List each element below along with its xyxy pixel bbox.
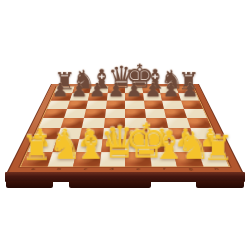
base-foot-right [196, 181, 244, 188]
square-d8: ♛ [107, 86, 125, 93]
square-b6 [67, 101, 88, 109]
square-b8: ♞ [72, 86, 91, 93]
piece-yellow-pawn: ♟ [28, 126, 52, 151]
square-e7: ♟ [125, 93, 144, 100]
file-label-c: c [72, 167, 99, 171]
piece-dark-queen: ♛ [107, 63, 125, 93]
square-e1: ♚ [125, 152, 151, 166]
square-f6 [144, 101, 164, 109]
square-e8: ♚ [125, 86, 143, 93]
square-f5 [144, 109, 166, 118]
chess-board: ♜♞♝♛♚♝♞♜♟♟♟♟♟♟♟♟♟♟♟♟♟♟♟♟♜♞♝♛♚♝♞♜ abcdefg… [8, 84, 241, 172]
piece-yellow-pawn: ♟ [125, 126, 149, 151]
square-c6 [86, 101, 106, 109]
square-d3 [102, 128, 125, 139]
square-c2: ♟ [76, 139, 102, 152]
square-d1: ♛ [99, 152, 125, 166]
file-labels: abcdefgh [19, 167, 231, 171]
square-d2: ♟ [101, 139, 125, 152]
square-b4 [60, 118, 84, 128]
square-b5 [64, 109, 87, 118]
piece-yellow-queen: ♛ [99, 121, 125, 165]
square-h2: ♟ [194, 139, 223, 152]
square-h7: ♟ [178, 93, 199, 100]
square-f8: ♝ [142, 86, 160, 93]
file-label-g: g [177, 167, 204, 171]
base-foot-left [6, 181, 53, 188]
square-c8: ♝ [90, 86, 108, 93]
square-d4 [103, 118, 125, 128]
square-a4 [38, 118, 63, 128]
file-label-b: b [45, 167, 72, 171]
square-f7: ♟ [143, 93, 162, 100]
square-h4 [187, 118, 212, 128]
board-border-margin: ♜♞♝♛♚♝♞♜♟♟♟♟♟♟♟♟♟♟♟♟♟♟♟♟♜♞♝♛♚♝♞♜ abcdefg… [8, 84, 241, 172]
square-c3 [79, 128, 103, 139]
square-h8: ♜ [176, 86, 196, 93]
piece-yellow-pawn: ♟ [77, 126, 101, 151]
piece-yellow-pawn: ♟ [101, 126, 125, 151]
piece-dark-rook: ♜ [54, 69, 72, 92]
square-b7: ♟ [69, 93, 89, 100]
piece-dark-knight: ♞ [160, 67, 178, 93]
square-f4 [146, 118, 169, 128]
square-e3 [125, 128, 148, 139]
square-e4 [125, 118, 147, 128]
square-a5 [43, 109, 67, 118]
square-h3 [190, 128, 217, 139]
square-h5 [183, 109, 207, 118]
piece-dark-bishop: ♝ [90, 66, 108, 93]
board-grid: ♜♞♝♛♚♝♞♜♟♟♟♟♟♟♟♟♟♟♟♟♟♟♟♟♜♞♝♛♚♝♞♜ [21, 86, 229, 166]
square-b3 [56, 128, 81, 139]
square-f2: ♟ [148, 139, 174, 152]
square-d6 [106, 101, 125, 109]
square-c5 [84, 109, 106, 118]
square-a2: ♟ [28, 139, 57, 152]
square-e5 [125, 109, 146, 118]
square-e2: ♟ [125, 139, 149, 152]
square-c4 [82, 118, 105, 128]
piece-dark-rook: ♜ [178, 69, 196, 92]
square-g6 [162, 101, 183, 109]
file-label-d: d [98, 167, 125, 171]
file-label-h: h [203, 167, 231, 171]
file-label-f: f [151, 167, 178, 171]
piece-dark-king: ♚ [125, 60, 143, 93]
base-foot-center [69, 181, 151, 188]
square-h6 [181, 101, 203, 109]
file-label-e: e [125, 167, 152, 171]
square-b2: ♟ [52, 139, 79, 152]
file-label-a: a [19, 167, 47, 171]
piece-dark-bishop: ♝ [143, 66, 161, 93]
piece-yellow-pawn: ♟ [198, 126, 222, 151]
square-f1: ♝ [149, 152, 177, 166]
square-c7: ♟ [88, 93, 107, 100]
square-d5 [105, 109, 126, 118]
piece-dark-knight: ♞ [72, 67, 90, 93]
square-a1: ♜ [21, 152, 52, 166]
square-f3 [147, 128, 171, 139]
piece-yellow-pawn: ♟ [52, 126, 76, 151]
chess-set-photo: ♜♞♝♛♚♝♞♜♟♟♟♟♟♟♟♟♟♟♟♟♟♟♟♟♜♞♝♛♚♝♞♜ abcdefg… [0, 0, 250, 250]
square-c1: ♝ [73, 152, 101, 166]
square-e6 [125, 101, 144, 109]
square-h1: ♜ [198, 152, 229, 166]
square-b1: ♞ [47, 152, 76, 166]
square-d7: ♟ [106, 93, 125, 100]
